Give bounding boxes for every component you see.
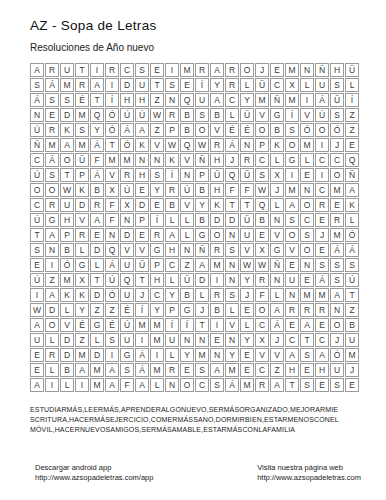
word-list-line: ESTUDIARMÁS,LEERMÁS,APRENDERALGONUEVO,SE…: [30, 405, 370, 415]
grid-cell: S: [300, 228, 314, 242]
grid-cell: L: [165, 348, 179, 362]
grid-cell: H: [285, 363, 299, 377]
grid-cell: M: [210, 258, 224, 272]
grid-cell: R: [150, 228, 164, 242]
grid-cell: V: [210, 123, 224, 137]
grid-cell: P: [60, 228, 74, 242]
grid-cell: B: [180, 108, 194, 122]
grid-cell: N: [300, 258, 314, 272]
grid-cell: Á: [225, 378, 239, 392]
grid-cell: M: [45, 138, 59, 152]
grid-cell: L: [240, 78, 254, 92]
grid-cell: T: [135, 273, 149, 287]
grid-cell: M: [90, 378, 104, 392]
grid-cell: L: [225, 303, 239, 317]
grid-cell: Á: [225, 138, 239, 152]
grid-cell: O: [285, 228, 299, 242]
grid-cell: L: [150, 378, 164, 392]
grid-cell: E: [315, 318, 329, 332]
grid-cell: L: [270, 153, 284, 167]
grid-cell: D: [225, 213, 239, 227]
grid-cell: T: [90, 93, 104, 107]
grid-cell: Ú: [135, 108, 149, 122]
android-app-label: Descargar android app: [35, 463, 153, 473]
grid-cell: Á: [135, 348, 149, 362]
grid-cell: A: [30, 318, 44, 332]
grid-cell: T: [75, 63, 89, 77]
grid-cell: T: [225, 198, 239, 212]
grid-cell: R: [165, 108, 179, 122]
grid-cell: Q: [105, 243, 119, 257]
grid-cell: G: [180, 303, 194, 317]
grid-cell: Ü: [75, 153, 89, 167]
grid-cell: D: [90, 348, 104, 362]
grid-cell: E: [150, 198, 164, 212]
grid-cell: U: [30, 333, 44, 347]
grid-cell: F: [105, 213, 119, 227]
grid-cell: T: [345, 288, 359, 302]
grid-cell: C: [255, 153, 269, 167]
grid-cell: A: [315, 348, 329, 362]
grid-cell: G: [285, 153, 299, 167]
grid-cell: O: [45, 183, 59, 197]
grid-cell: L: [45, 363, 59, 377]
grid-cell: O: [255, 303, 269, 317]
grid-cell: M: [195, 348, 209, 362]
grid-cell: B: [90, 183, 104, 197]
grid-cell: S: [330, 258, 344, 272]
grid-cell: A: [105, 378, 119, 392]
grid-cell: I: [315, 138, 329, 152]
grid-cell: M: [75, 108, 89, 122]
grid-cell: E: [150, 63, 164, 77]
grid-cell: Í: [165, 168, 179, 182]
grid-cell: Ñ: [315, 63, 329, 77]
grid-cell: L: [45, 333, 59, 347]
grid-cell: I: [135, 333, 149, 347]
grid-cell: Y: [195, 198, 209, 212]
grid-cell: E: [180, 363, 194, 377]
grid-cell: W: [30, 303, 44, 317]
grid-cell: V: [105, 168, 119, 182]
grid-cell: D: [45, 303, 59, 317]
grid-cell: D: [60, 333, 74, 347]
grid-cell: T: [240, 198, 254, 212]
grid-cell: E: [45, 108, 59, 122]
grid-cell: A: [60, 138, 74, 152]
grid-cell: S: [330, 78, 344, 92]
grid-cell: E: [300, 168, 314, 182]
grid-cell: N: [300, 183, 314, 197]
grid-cell: J: [270, 183, 284, 197]
grid-cell: B: [195, 213, 209, 227]
grid-cell: Ú: [105, 273, 119, 287]
grid-cell: D: [135, 198, 149, 212]
grid-cell: F: [240, 183, 254, 197]
grid-cell: E: [135, 228, 149, 242]
grid-cell: D: [90, 243, 104, 257]
grid-cell: R: [165, 363, 179, 377]
grid-cell: C: [30, 198, 44, 212]
grid-cell: M: [300, 138, 314, 152]
grid-cell: Ú: [30, 123, 44, 137]
grid-cell: M: [75, 348, 89, 362]
grid-cell: C: [195, 378, 209, 392]
grid-cell: N: [225, 273, 239, 287]
grid-cell: Z: [150, 123, 164, 137]
grid-cell: M: [150, 333, 164, 347]
grid-cell: R: [255, 378, 269, 392]
grid-cell: S: [45, 93, 59, 107]
grid-cell: Ü: [240, 213, 254, 227]
grid-cell: Í: [150, 213, 164, 227]
android-app-link[interactable]: http://www.azsopadeletras.com/app: [35, 473, 153, 483]
grid-cell: Á: [330, 243, 344, 257]
grid-cell: E: [300, 273, 314, 287]
grid-cell: G: [270, 243, 284, 257]
grid-cell: R: [300, 303, 314, 317]
grid-cell: N: [300, 63, 314, 77]
grid-cell: F: [255, 288, 269, 302]
grid-cell: M: [330, 183, 344, 197]
grid-cell: M: [285, 183, 299, 197]
grid-cell: B: [345, 318, 359, 332]
grid-cell: X: [285, 78, 299, 92]
grid-cell: E: [330, 198, 344, 212]
grid-cell: E: [30, 363, 44, 377]
grid-cell: L: [165, 273, 179, 287]
grid-cell: G: [120, 348, 134, 362]
grid-cell: N: [165, 93, 179, 107]
grid-cell: E: [270, 63, 284, 77]
footer-right: Visita nuestra página web http://www.azs…: [257, 463, 361, 483]
grid-cell: G: [150, 243, 164, 257]
grid-cell: J: [270, 333, 284, 347]
grid-cell: J: [195, 303, 209, 317]
grid-cell: É: [240, 123, 254, 137]
grid-cell: U: [60, 198, 74, 212]
grid-cell: V: [180, 198, 194, 212]
grid-cell: P: [165, 303, 179, 317]
grid-cell: V: [225, 318, 239, 332]
grid-cell: H: [165, 243, 179, 257]
page: AZ - Sopa de Letras Resoluciones de Año …: [0, 0, 386, 500]
grid-cell: D: [210, 213, 224, 227]
grid-cell: R: [210, 243, 224, 257]
grid-cell: M: [255, 93, 269, 107]
grid-cell: I: [285, 168, 299, 182]
grid-cell: Ó: [120, 138, 134, 152]
grid-cell: S: [45, 168, 59, 182]
grid-cell: S: [150, 168, 164, 182]
grid-cell: M: [60, 273, 74, 287]
grid-cell: S: [255, 168, 269, 182]
grid-cell: P: [195, 168, 209, 182]
grid-cell: M: [180, 63, 194, 77]
grid-cell: Ü: [345, 63, 359, 77]
grid-cell: Ú: [120, 183, 134, 197]
grid-cell: Z: [150, 93, 164, 107]
grid-cell: S: [195, 108, 209, 122]
grid-cell: B: [195, 183, 209, 197]
grid-cell: I: [105, 348, 119, 362]
grid-cell: S: [285, 213, 299, 227]
grid-cell: Á: [135, 363, 149, 377]
grid-cell: E: [345, 138, 359, 152]
grid-cell: A: [90, 213, 104, 227]
website-link[interactable]: http://www.azsopadeletras.com: [257, 473, 361, 483]
grid-cell: U: [285, 273, 299, 287]
grid-cell: R: [45, 198, 59, 212]
grid-cell: L: [180, 213, 194, 227]
grid-cell: L: [60, 378, 74, 392]
grid-cell: X: [120, 198, 134, 212]
grid-cell: A: [300, 318, 314, 332]
grid-cell: C: [255, 363, 269, 377]
grid-cell: É: [120, 303, 134, 317]
grid-cell: T: [90, 273, 104, 287]
page-title: AZ - Sopa de Letras: [30, 18, 358, 33]
grid-cell: I: [90, 63, 104, 77]
grid-cell: J: [345, 363, 359, 377]
grid-cell: A: [210, 63, 224, 77]
grid-cell: Ú: [30, 273, 44, 287]
grid-cell: Z: [270, 363, 284, 377]
grid-cell: T: [150, 78, 164, 92]
grid-cell: Á: [90, 138, 104, 152]
grid-cell: E: [315, 213, 329, 227]
grid-cell: A: [30, 378, 44, 392]
grid-cell: E: [300, 363, 314, 377]
grid-cell: V: [255, 348, 269, 362]
grid-cell: R: [120, 168, 134, 182]
grid-cell: J: [330, 333, 344, 347]
grid-cell: H: [120, 93, 134, 107]
grid-cell: Q: [180, 138, 194, 152]
grid-cell: T: [30, 228, 44, 242]
grid-cell: Ü: [255, 78, 269, 92]
grid-cell: C: [300, 213, 314, 227]
grid-cell: J: [255, 63, 269, 77]
grid-cell: W: [255, 183, 269, 197]
grid-cell: U: [315, 78, 329, 92]
grid-cell: G: [195, 228, 209, 242]
grid-cell: O: [195, 123, 209, 137]
grid-cell: U: [330, 363, 344, 377]
grid-cell: N: [270, 273, 284, 287]
grid-cell: E: [240, 303, 254, 317]
grid-cell: Z: [75, 333, 89, 347]
grid-cell: N: [120, 213, 134, 227]
grid-cell: M: [75, 138, 89, 152]
grid-cell: Ú: [30, 213, 44, 227]
grid-cell: C: [315, 153, 329, 167]
grid-cell: I: [315, 168, 329, 182]
grid-cell: L: [180, 228, 194, 242]
grid-cell: I: [210, 273, 224, 287]
grid-cell: B: [210, 303, 224, 317]
grid-cell: Á: [105, 258, 119, 272]
grid-cell: É: [105, 318, 119, 332]
grid-cell: C: [165, 258, 179, 272]
grid-cell: Q: [255, 198, 269, 212]
grid-cell: S: [210, 378, 224, 392]
grid-cell: Ú: [120, 318, 134, 332]
grid-cell: Ü: [180, 273, 194, 287]
grid-cell: I: [30, 288, 44, 302]
grid-cell: V: [255, 108, 269, 122]
grid-cell: R: [105, 63, 119, 77]
grid-cell: E: [345, 378, 359, 392]
grid-cell: V: [180, 153, 194, 167]
grid-cell: J: [240, 288, 254, 302]
grid-cell: K: [60, 288, 74, 302]
grid-cell: O: [330, 318, 344, 332]
grid-cell: E: [30, 258, 44, 272]
grid-cell: O: [255, 123, 269, 137]
grid-cell: R: [45, 348, 59, 362]
grid-cell: N: [270, 213, 284, 227]
grid-cell: V: [285, 243, 299, 257]
grid-cell: R: [315, 303, 329, 317]
grid-cell: A: [105, 363, 119, 377]
content-area: AZ - Sopa de Letras Resoluciones de Año …: [0, 0, 386, 435]
grid-cell: Í: [165, 318, 179, 332]
grid-cell: R: [210, 138, 224, 152]
grid-cell: L: [225, 108, 239, 122]
grid-cell: W: [240, 258, 254, 272]
grid-cell: M: [150, 318, 164, 332]
grid-cell: Y: [240, 333, 254, 347]
grid-cell: Ó: [105, 123, 119, 137]
grid-cell: T: [105, 138, 119, 152]
grid-cell: P: [255, 138, 269, 152]
grid-cell: D: [195, 273, 209, 287]
grid-cell: C: [285, 333, 299, 347]
grid-cell: E: [30, 348, 44, 362]
grid-cell: Ñ: [345, 168, 359, 182]
grid-cell: D: [120, 78, 134, 92]
grid-cell: M: [105, 153, 119, 167]
footer: Descargar android app http://www.azsopad…: [35, 463, 361, 483]
grid-cell: E: [285, 258, 299, 272]
grid-cell: Ü: [135, 258, 149, 272]
grid-cell: C: [255, 318, 269, 332]
grid-cell: V: [120, 243, 134, 257]
grid-cell: K: [60, 123, 74, 137]
grid-cell: I: [150, 348, 164, 362]
grid-cell: Q: [120, 273, 134, 287]
grid-cell: N: [105, 228, 119, 242]
grid-cell: Z: [180, 258, 194, 272]
grid-cell: P: [75, 168, 89, 182]
grid-cell: L: [345, 213, 359, 227]
grid-cell: P: [150, 258, 164, 272]
grid-cell: Q: [180, 93, 194, 107]
grid-cell: R: [210, 288, 224, 302]
grid-cell: K: [270, 138, 284, 152]
grid-cell: Q: [90, 108, 104, 122]
grid-cell: A: [30, 63, 44, 77]
grid-cell: S: [195, 363, 209, 377]
grid-cell: R: [225, 63, 239, 77]
grid-cell: V: [75, 213, 89, 227]
grid-cell: Y: [150, 303, 164, 317]
grid-cell: R: [165, 183, 179, 197]
grid-cell: A: [45, 288, 59, 302]
grid-cell: Y: [240, 273, 254, 287]
grid-cell: S: [330, 273, 344, 287]
grid-cell: H: [60, 213, 74, 227]
grid-cell: I: [105, 78, 119, 92]
grid-cell: T: [300, 333, 314, 347]
grid-cell: N: [150, 153, 164, 167]
grid-cell: I: [165, 63, 179, 77]
grid-cell: A: [285, 348, 299, 362]
grid-cell: N: [165, 378, 179, 392]
grid-cell: B: [180, 123, 194, 137]
grid-cell: W: [195, 138, 209, 152]
grid-cell: Z: [90, 303, 104, 317]
grid-cell: S: [225, 243, 239, 257]
grid-cell: Ú: [345, 273, 359, 287]
grid-cell: X: [75, 273, 89, 287]
grid-cell: Ú: [315, 108, 329, 122]
grid-cell: H: [150, 273, 164, 287]
grid-cell: L: [195, 288, 209, 302]
grid-cell: Ñ: [195, 243, 209, 257]
grid-cell: U: [120, 258, 134, 272]
grid-cell: N: [45, 243, 59, 257]
grid-cell: A: [270, 378, 284, 392]
grid-cell: M: [60, 78, 74, 92]
grid-cell: Z: [345, 108, 359, 122]
grid-cell: C: [330, 153, 344, 167]
grid-cell: Ü: [240, 108, 254, 122]
grid-cell: B: [210, 108, 224, 122]
grid-cell: A: [135, 123, 149, 137]
grid-cell: R: [90, 198, 104, 212]
grid-cell: T: [285, 378, 299, 392]
grid-cell: L: [270, 288, 284, 302]
grid-cell: Z: [345, 123, 359, 137]
grid-cell: Í: [195, 78, 209, 92]
grid-cell: L: [345, 78, 359, 92]
grid-cell: U: [165, 333, 179, 347]
grid-cell: H: [210, 183, 224, 197]
grid-cell: R: [195, 63, 209, 77]
grid-cell: Y: [210, 78, 224, 92]
grid-cell: E: [135, 183, 149, 197]
grid-cell: N: [180, 243, 194, 257]
grid-cell: O: [30, 183, 44, 197]
grid-cell: N: [210, 348, 224, 362]
grid-cell: Z: [345, 303, 359, 317]
grid-cell: N: [285, 288, 299, 302]
grid-cell: R: [330, 213, 344, 227]
grid-cell: M: [120, 153, 134, 167]
grid-cell: Á: [345, 243, 359, 257]
grid-cell: Ó: [60, 258, 74, 272]
grid-cell: H: [210, 153, 224, 167]
grid-cell: C: [315, 333, 329, 347]
grid-cell: Í: [180, 318, 194, 332]
grid-cell: Y: [225, 348, 239, 362]
grid-cell: E: [285, 318, 299, 332]
grid-cell: N: [240, 138, 254, 152]
grid-cell: É: [75, 318, 89, 332]
grid-cell: A: [75, 363, 89, 377]
